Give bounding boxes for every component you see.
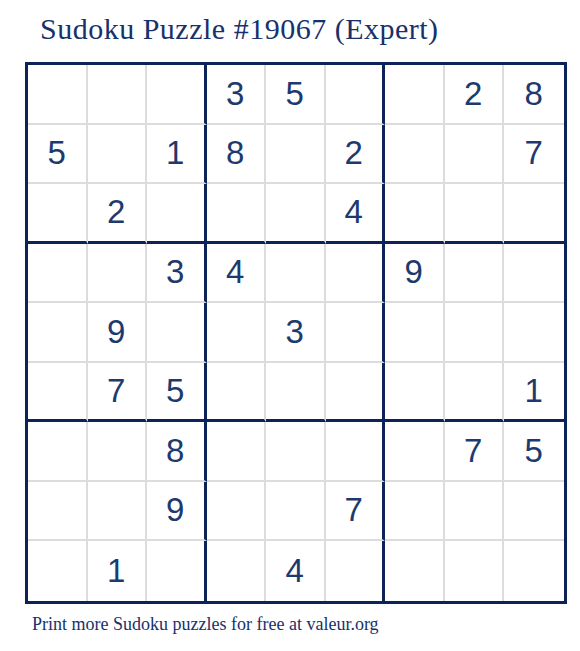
cell-r7c2[interactable] xyxy=(88,422,148,482)
cell-r5c9[interactable] xyxy=(504,303,564,363)
cell-r9c8[interactable] xyxy=(445,541,505,601)
cell-r1c3[interactable] xyxy=(147,65,207,125)
cell-r3c2: 2 xyxy=(88,184,148,244)
cell-r5c3[interactable] xyxy=(147,303,207,363)
cell-r4c5[interactable] xyxy=(266,244,326,304)
cell-r4c7: 9 xyxy=(385,244,445,304)
cell-r4c9[interactable] xyxy=(504,244,564,304)
cell-r9c2: 1 xyxy=(88,541,148,601)
cell-r9c5: 4 xyxy=(266,541,326,601)
cell-r3c3[interactable] xyxy=(147,184,207,244)
cell-r8c8[interactable] xyxy=(445,482,505,542)
cell-r2c7[interactable] xyxy=(385,125,445,185)
cell-r2c2[interactable] xyxy=(88,125,148,185)
cell-r8c6: 7 xyxy=(326,482,386,542)
cell-r1c4: 3 xyxy=(207,65,267,125)
cell-r6c7[interactable] xyxy=(385,363,445,423)
cell-r8c9[interactable] xyxy=(504,482,564,542)
cell-r2c5[interactable] xyxy=(266,125,326,185)
cell-r6c5[interactable] xyxy=(266,363,326,423)
cell-r9c3[interactable] xyxy=(147,541,207,601)
cell-r6c4[interactable] xyxy=(207,363,267,423)
cell-r4c3: 3 xyxy=(147,244,207,304)
cell-r6c1[interactable] xyxy=(28,363,88,423)
cell-r4c1[interactable] xyxy=(28,244,88,304)
cell-r1c6[interactable] xyxy=(326,65,386,125)
cell-r9c7[interactable] xyxy=(385,541,445,601)
cell-r5c5: 3 xyxy=(266,303,326,363)
cell-r8c1[interactable] xyxy=(28,482,88,542)
cell-r8c2[interactable] xyxy=(88,482,148,542)
cell-r8c4[interactable] xyxy=(207,482,267,542)
cell-r3c6: 4 xyxy=(326,184,386,244)
cell-r6c9: 1 xyxy=(504,363,564,423)
cell-r5c6[interactable] xyxy=(326,303,386,363)
cell-r3c8[interactable] xyxy=(445,184,505,244)
cell-r3c9[interactable] xyxy=(504,184,564,244)
cell-r6c8[interactable] xyxy=(445,363,505,423)
cell-r6c2: 7 xyxy=(88,363,148,423)
cell-r3c7[interactable] xyxy=(385,184,445,244)
cell-r1c8: 2 xyxy=(445,65,505,125)
cell-r1c5: 5 xyxy=(266,65,326,125)
cell-r7c3: 8 xyxy=(147,422,207,482)
cell-r7c4[interactable] xyxy=(207,422,267,482)
cell-r1c9: 8 xyxy=(504,65,564,125)
cell-r4c4: 4 xyxy=(207,244,267,304)
cell-r6c3: 5 xyxy=(147,363,207,423)
cell-r4c2[interactable] xyxy=(88,244,148,304)
cell-r9c1[interactable] xyxy=(28,541,88,601)
page-title: Sudoku Puzzle #19067 (Expert) xyxy=(40,12,439,46)
cell-r7c6[interactable] xyxy=(326,422,386,482)
cell-r1c2[interactable] xyxy=(88,65,148,125)
cell-r2c3: 1 xyxy=(147,125,207,185)
cell-r7c7[interactable] xyxy=(385,422,445,482)
cell-r5c1[interactable] xyxy=(28,303,88,363)
cell-r1c7[interactable] xyxy=(385,65,445,125)
cell-r5c8[interactable] xyxy=(445,303,505,363)
cell-r9c6[interactable] xyxy=(326,541,386,601)
cell-r4c8[interactable] xyxy=(445,244,505,304)
cell-r8c7[interactable] xyxy=(385,482,445,542)
cell-r3c1[interactable] xyxy=(28,184,88,244)
cell-r2c9: 7 xyxy=(504,125,564,185)
cell-r1c1[interactable] xyxy=(28,65,88,125)
footer-text: Print more Sudoku puzzles for free at va… xyxy=(32,614,379,635)
cell-r3c4[interactable] xyxy=(207,184,267,244)
cell-r2c8[interactable] xyxy=(445,125,505,185)
cell-r2c6: 2 xyxy=(326,125,386,185)
cell-r5c2: 9 xyxy=(88,303,148,363)
cell-r4c6[interactable] xyxy=(326,244,386,304)
cell-r7c5[interactable] xyxy=(266,422,326,482)
cell-r9c9[interactable] xyxy=(504,541,564,601)
cell-r2c4: 8 xyxy=(207,125,267,185)
cell-r5c4[interactable] xyxy=(207,303,267,363)
cell-r8c5[interactable] xyxy=(266,482,326,542)
cell-r2c1: 5 xyxy=(28,125,88,185)
cell-r7c9: 5 xyxy=(504,422,564,482)
cell-r7c8: 7 xyxy=(445,422,505,482)
cell-r3c5[interactable] xyxy=(266,184,326,244)
cell-r5c7[interactable] xyxy=(385,303,445,363)
cell-r8c3: 9 xyxy=(147,482,207,542)
sudoku-board: 35285182724349937518759714 xyxy=(25,62,567,604)
cell-r9c4[interactable] xyxy=(207,541,267,601)
cell-r6c6[interactable] xyxy=(326,363,386,423)
cell-r7c1[interactable] xyxy=(28,422,88,482)
